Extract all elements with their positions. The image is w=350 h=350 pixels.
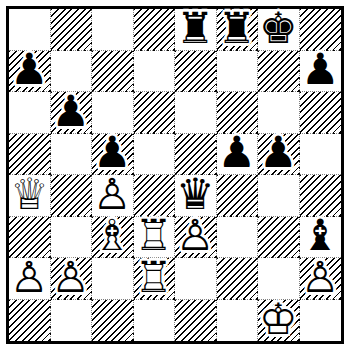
black-pawn-icon: ♟ [9,50,50,91]
white-pawn-piece[interactable]: ♟♙ [92,175,133,216]
square-c3[interactable]: ♝♗ [92,217,134,259]
square-b8[interactable] [51,9,93,51]
square-g4[interactable] [258,175,300,217]
white-rook-outline-icon: ♖ [134,216,175,257]
white-queen-piece[interactable]: ♛♕ [9,175,50,216]
white-pawn-outline-icon: ♙ [9,257,50,298]
square-f1[interactable] [217,300,259,342]
white-king-piece[interactable]: ♚♔ [258,300,299,342]
square-a4[interactable]: ♛♕ [9,175,51,217]
square-e7[interactable] [175,51,217,93]
black-pawn-icon: ♟ [258,133,299,174]
square-e1[interactable] [175,300,217,342]
square-d6[interactable] [134,92,176,134]
white-rook-piece[interactable]: ♜♖ [134,258,175,299]
square-b5[interactable] [51,134,93,176]
white-pawn-piece[interactable]: ♟♙ [51,258,92,299]
black-king-icon: ♚ [258,8,299,49]
white-bishop-outline-icon: ♗ [92,216,133,257]
white-pawn-piece[interactable]: ♟♙ [9,258,50,299]
black-pawn-piece[interactable]: ♟ [258,134,299,175]
black-pawn-piece[interactable]: ♟ [300,51,342,92]
square-e2[interactable] [175,258,217,300]
square-b4[interactable] [51,175,93,217]
square-g7[interactable] [258,51,300,93]
square-a1[interactable] [9,300,51,342]
square-h2[interactable]: ♟♙ [300,258,342,300]
square-f5[interactable]: ♟ [217,134,259,176]
square-d2[interactable]: ♜♖ [134,258,176,300]
square-f2[interactable] [217,258,259,300]
square-f4[interactable] [217,175,259,217]
black-king-piece[interactable]: ♚ [258,9,299,50]
black-rook-icon: ♜ [217,8,258,49]
square-f8[interactable]: ♜ [217,9,259,51]
white-pawn-outline-icon: ♙ [92,174,133,215]
white-pawn-piece[interactable]: ♟♙ [300,258,342,299]
square-f7[interactable] [217,51,259,93]
square-c2[interactable] [92,258,134,300]
black-bishop-icon: ♝ [300,216,342,257]
black-pawn-piece[interactable]: ♟ [51,92,92,133]
square-g1[interactable]: ♚♔ [258,300,300,342]
square-g3[interactable] [258,217,300,259]
black-pawn-piece[interactable]: ♟ [92,134,133,175]
square-a6[interactable] [9,92,51,134]
square-b2[interactable]: ♟♙ [51,258,93,300]
black-rook-icon: ♜ [175,8,216,49]
square-e8[interactable]: ♜ [175,9,217,51]
square-c7[interactable] [92,51,134,93]
white-pawn-outline-icon: ♙ [300,257,342,298]
black-pawn-icon: ♟ [300,50,342,91]
white-pawn-outline-icon: ♙ [175,216,216,257]
square-h5[interactable] [300,134,342,176]
square-b1[interactable] [51,300,93,342]
square-d5[interactable] [134,134,176,176]
square-h1[interactable] [300,300,342,342]
white-king-outline-icon: ♔ [258,299,299,341]
square-f3[interactable] [217,217,259,259]
white-rook-piece[interactable]: ♜♖ [134,217,175,258]
square-c8[interactable] [92,9,134,51]
square-d1[interactable] [134,300,176,342]
chess-board: ♜♜♚♟♟♟♟♟♟♛♕♟♙♛♝♗♜♖♟♙♝♟♙♟♙♜♖♟♙♚♔ [6,6,344,344]
square-a7[interactable]: ♟ [9,51,51,93]
square-g5[interactable]: ♟ [258,134,300,176]
square-c1[interactable] [92,300,134,342]
black-queen-icon: ♛ [175,174,216,215]
chess-diagram: ♜♜♚♟♟♟♟♟♟♛♕♟♙♛♝♗♜♖♟♙♝♟♙♟♙♜♖♟♙♚♔ [0,0,350,350]
white-pawn-outline-icon: ♙ [51,257,92,298]
square-a2[interactable]: ♟♙ [9,258,51,300]
square-h7[interactable]: ♟ [300,51,342,93]
square-e3[interactable]: ♟♙ [175,217,217,259]
black-pawn-icon: ♟ [51,91,92,132]
black-pawn-icon: ♟ [92,133,133,174]
black-pawn-piece[interactable]: ♟ [9,51,50,92]
square-g8[interactable]: ♚ [258,9,300,51]
square-h6[interactable] [300,92,342,134]
black-pawn-piece[interactable]: ♟ [217,134,258,175]
black-queen-piece[interactable]: ♛ [175,175,216,216]
square-b6[interactable]: ♟ [51,92,93,134]
square-e6[interactable] [175,92,217,134]
white-bishop-piece[interactable]: ♝♗ [92,217,133,258]
white-queen-outline-icon: ♕ [9,174,50,215]
black-pawn-icon: ♟ [217,133,258,174]
black-rook-piece[interactable]: ♜ [217,9,258,50]
square-d7[interactable] [134,51,176,93]
black-rook-piece[interactable]: ♜ [175,9,216,50]
white-pawn-piece[interactable]: ♟♙ [175,217,216,258]
square-d8[interactable] [134,9,176,51]
black-bishop-piece[interactable]: ♝ [300,217,342,258]
white-rook-outline-icon: ♖ [134,257,175,298]
